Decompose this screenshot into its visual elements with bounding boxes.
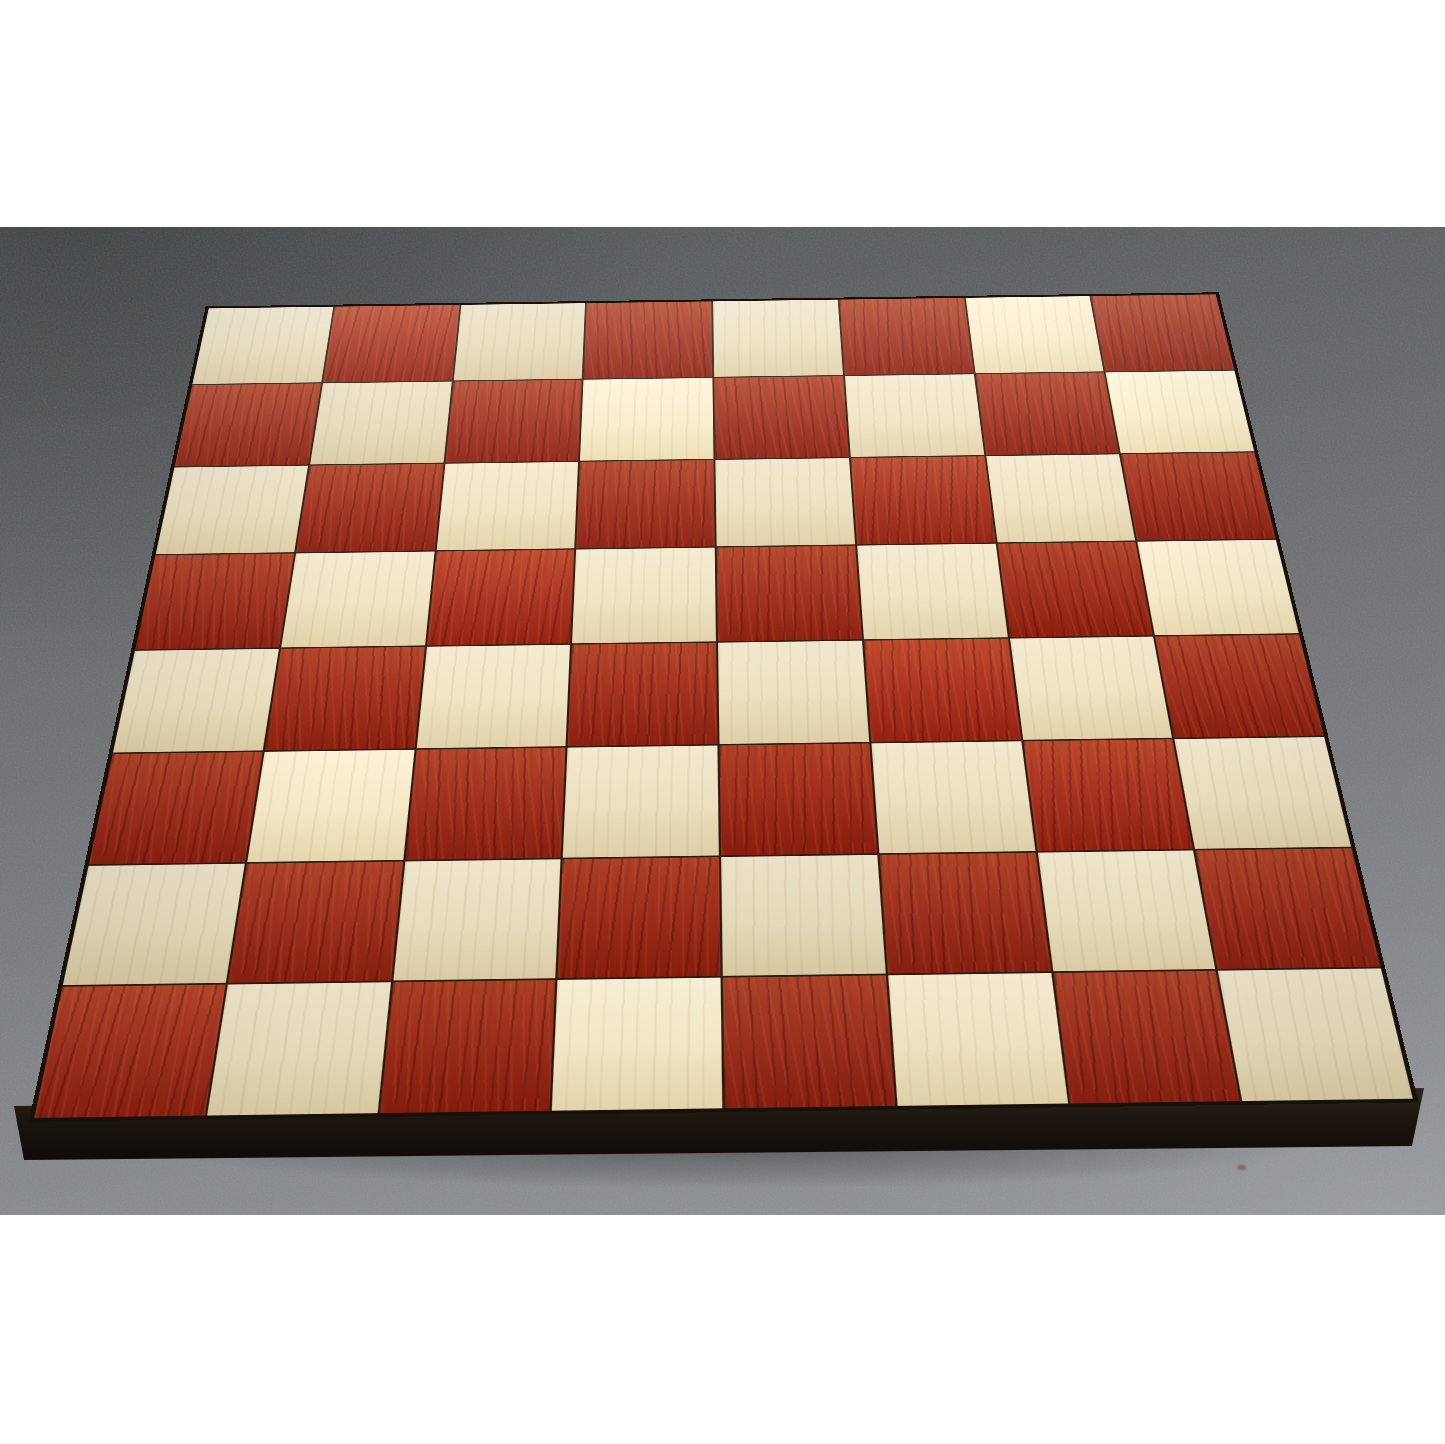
square-h1 <box>1218 969 1413 1101</box>
product-photo-page <box>0 0 1445 1444</box>
square-d4 <box>568 643 718 746</box>
square-h8 <box>1091 294 1234 371</box>
square-d3 <box>563 745 719 857</box>
board-tilt-wrapper <box>123 227 1311 1215</box>
square-c1 <box>379 980 555 1113</box>
chess-board <box>29 292 1419 1122</box>
square-h3 <box>1175 737 1351 849</box>
square-c5 <box>427 550 575 646</box>
square-d8 <box>584 301 713 378</box>
square-a8 <box>192 307 333 384</box>
square-g1 <box>1053 971 1240 1104</box>
square-b5 <box>281 552 434 648</box>
square-e6 <box>715 458 855 547</box>
square-b7 <box>310 381 452 464</box>
square-a1 <box>34 985 225 1118</box>
square-d6 <box>576 460 714 549</box>
square-f5 <box>857 544 1007 639</box>
square-f4 <box>864 639 1021 742</box>
square-e7 <box>714 376 848 459</box>
square-e4 <box>718 641 869 744</box>
square-c7 <box>445 380 582 463</box>
square-g5 <box>997 542 1153 637</box>
square-a2 <box>63 863 245 985</box>
square-g2 <box>1037 850 1215 971</box>
square-a6 <box>156 465 308 554</box>
square-g7 <box>975 372 1119 454</box>
square-e2 <box>721 854 885 976</box>
square-e8 <box>713 300 843 377</box>
square-c8 <box>453 303 585 380</box>
square-d7 <box>580 378 713 461</box>
square-f8 <box>839 298 973 375</box>
square-f6 <box>851 456 996 545</box>
square-a7 <box>175 383 321 466</box>
square-h4 <box>1155 635 1323 738</box>
square-e5 <box>717 546 862 642</box>
square-a5 <box>135 554 294 650</box>
square-b2 <box>228 861 403 983</box>
square-a4 <box>113 649 279 753</box>
square-e1 <box>723 976 895 1109</box>
square-c6 <box>436 462 578 551</box>
square-b8 <box>323 305 459 382</box>
square-g3 <box>1023 739 1193 851</box>
square-c2 <box>393 859 561 981</box>
square-a3 <box>89 752 262 864</box>
square-b3 <box>247 750 414 862</box>
square-e3 <box>719 743 876 855</box>
square-h2 <box>1195 848 1380 969</box>
square-c4 <box>416 645 570 748</box>
square-h6 <box>1121 452 1276 540</box>
square-h5 <box>1138 540 1299 635</box>
square-f3 <box>871 741 1035 853</box>
square-g4 <box>1010 637 1173 740</box>
square-f7 <box>845 374 984 456</box>
photograph <box>0 227 1445 1215</box>
square-d2 <box>558 857 721 979</box>
square-g8 <box>965 296 1103 373</box>
square-b6 <box>296 463 443 552</box>
square-b4 <box>265 647 425 750</box>
square-d1 <box>552 978 722 1111</box>
square-b1 <box>207 982 391 1115</box>
square-f1 <box>888 973 1068 1106</box>
square-d5 <box>572 548 716 644</box>
square-c3 <box>405 747 566 859</box>
square-f2 <box>879 852 1050 974</box>
square-g6 <box>986 454 1136 543</box>
square-h7 <box>1106 370 1254 452</box>
